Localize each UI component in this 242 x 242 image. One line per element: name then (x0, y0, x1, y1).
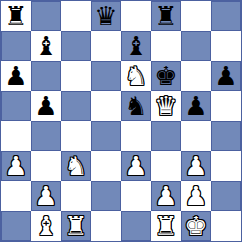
square-c1[interactable]: ♜ (61, 211, 91, 241)
square-d5[interactable] (91, 91, 121, 121)
white-pawn[interactable]: ♟ (1, 151, 31, 181)
white-rook[interactable]: ♜ (61, 211, 91, 241)
white-king[interactable]: ♚ (181, 211, 211, 241)
square-h1[interactable] (211, 211, 241, 241)
square-g6[interactable] (181, 61, 211, 91)
square-g5[interactable]: ♟ (181, 91, 211, 121)
square-a3[interactable]: ♟ (1, 151, 31, 181)
square-g7[interactable] (181, 31, 211, 61)
square-c5[interactable] (61, 91, 91, 121)
black-pawn[interactable]: ♟ (31, 91, 61, 121)
square-d7[interactable] (91, 31, 121, 61)
square-c4[interactable] (61, 121, 91, 151)
square-c3[interactable]: ♞ (61, 151, 91, 181)
square-a1[interactable] (1, 211, 31, 241)
square-b7[interactable]: ♝ (31, 31, 61, 61)
square-h6[interactable]: ♟ (211, 61, 241, 91)
square-b8[interactable] (31, 1, 61, 31)
square-d3[interactable] (91, 151, 121, 181)
square-d1[interactable] (91, 211, 121, 241)
square-e7[interactable]: ♝ (121, 31, 151, 61)
square-b4[interactable] (31, 121, 61, 151)
square-e1[interactable] (121, 211, 151, 241)
black-knight[interactable]: ♞ (121, 91, 151, 121)
square-c6[interactable] (61, 61, 91, 91)
square-a4[interactable] (1, 121, 31, 151)
square-c8[interactable] (61, 1, 91, 31)
square-h4[interactable] (211, 121, 241, 151)
square-e5[interactable]: ♞ (121, 91, 151, 121)
square-c7[interactable] (61, 31, 91, 61)
square-f6[interactable]: ♚ (151, 61, 181, 91)
square-a6[interactable]: ♟ (1, 61, 31, 91)
square-b5[interactable]: ♟ (31, 91, 61, 121)
square-e2[interactable] (121, 181, 151, 211)
white-pawn[interactable]: ♟ (181, 181, 211, 211)
white-knight[interactable]: ♞ (61, 151, 91, 181)
white-rook[interactable]: ♜ (151, 211, 181, 241)
black-rook[interactable]: ♜ (1, 1, 31, 31)
square-e6[interactable]: ♞ (121, 61, 151, 91)
black-rook[interactable]: ♜ (151, 1, 181, 31)
black-king[interactable]: ♚ (151, 61, 181, 91)
square-h3[interactable] (211, 151, 241, 181)
square-b3[interactable] (31, 151, 61, 181)
square-g1[interactable]: ♚ (181, 211, 211, 241)
white-queen[interactable]: ♛ (151, 91, 181, 121)
square-d2[interactable] (91, 181, 121, 211)
square-f4[interactable] (151, 121, 181, 151)
square-a5[interactable] (1, 91, 31, 121)
square-h8[interactable] (211, 1, 241, 31)
black-bishop[interactable]: ♝ (31, 31, 61, 61)
white-pawn[interactable]: ♟ (181, 151, 211, 181)
square-f7[interactable] (151, 31, 181, 61)
square-a7[interactable] (1, 31, 31, 61)
square-g4[interactable] (181, 121, 211, 151)
square-f8[interactable]: ♜ (151, 1, 181, 31)
square-g3[interactable]: ♟ (181, 151, 211, 181)
square-h7[interactable] (211, 31, 241, 61)
square-f5[interactable]: ♛ (151, 91, 181, 121)
black-queen[interactable]: ♛ (91, 1, 121, 31)
black-pawn[interactable]: ♟ (1, 61, 31, 91)
square-h5[interactable] (211, 91, 241, 121)
square-f1[interactable]: ♜ (151, 211, 181, 241)
white-bishop[interactable]: ♝ (31, 211, 61, 241)
white-pawn[interactable]: ♟ (121, 151, 151, 181)
square-a2[interactable] (1, 181, 31, 211)
black-pawn[interactable]: ♟ (211, 61, 241, 91)
black-pawn[interactable]: ♟ (181, 91, 211, 121)
square-b1[interactable]: ♝ (31, 211, 61, 241)
chess-board: ♜♛♜♝♝♟♞♚♟♟♞♛♟♟♞♟♟♟♟♟♝♜♜♚ (0, 0, 242, 242)
square-f2[interactable]: ♟ (151, 181, 181, 211)
square-e3[interactable]: ♟ (121, 151, 151, 181)
square-b6[interactable] (31, 61, 61, 91)
square-a8[interactable]: ♜ (1, 1, 31, 31)
square-f3[interactable] (151, 151, 181, 181)
white-pawn[interactable]: ♟ (31, 181, 61, 211)
square-c2[interactable] (61, 181, 91, 211)
square-d4[interactable] (91, 121, 121, 151)
black-bishop[interactable]: ♝ (121, 31, 151, 61)
white-pawn[interactable]: ♟ (151, 181, 181, 211)
white-knight[interactable]: ♞ (121, 61, 151, 91)
square-d8[interactable]: ♛ (91, 1, 121, 31)
square-h2[interactable] (211, 181, 241, 211)
square-e8[interactable] (121, 1, 151, 31)
square-e4[interactable] (121, 121, 151, 151)
square-g8[interactable] (181, 1, 211, 31)
square-d6[interactable] (91, 61, 121, 91)
square-g2[interactable]: ♟ (181, 181, 211, 211)
square-b2[interactable]: ♟ (31, 181, 61, 211)
